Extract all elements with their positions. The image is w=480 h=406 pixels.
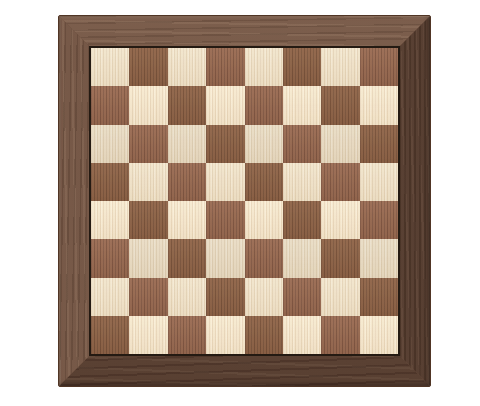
square-c1 [168, 316, 206, 354]
square-b8 [129, 48, 167, 86]
square-a6 [91, 125, 129, 163]
square-g7 [321, 86, 359, 124]
square-d6 [206, 125, 244, 163]
square-e3 [245, 239, 283, 277]
square-b7 [129, 86, 167, 124]
square-a5 [91, 163, 129, 201]
square-c4 [168, 201, 206, 239]
square-f4 [283, 201, 321, 239]
square-e4 [245, 201, 283, 239]
square-a8 [91, 48, 129, 86]
square-a2 [91, 278, 129, 316]
square-d5 [206, 163, 244, 201]
square-d4 [206, 201, 244, 239]
square-h2 [360, 278, 398, 316]
square-b2 [129, 278, 167, 316]
square-h8 [360, 48, 398, 86]
square-g2 [321, 278, 359, 316]
square-b3 [129, 239, 167, 277]
square-a4 [91, 201, 129, 239]
photo-background [0, 0, 480, 406]
square-c5 [168, 163, 206, 201]
square-h4 [360, 201, 398, 239]
square-f3 [283, 239, 321, 277]
square-e1 [245, 316, 283, 354]
square-d2 [206, 278, 244, 316]
square-b6 [129, 125, 167, 163]
square-d8 [206, 48, 244, 86]
square-h3 [360, 239, 398, 277]
square-e5 [245, 163, 283, 201]
square-a1 [91, 316, 129, 354]
square-g6 [321, 125, 359, 163]
square-h5 [360, 163, 398, 201]
square-f7 [283, 86, 321, 124]
square-f5 [283, 163, 321, 201]
square-a3 [91, 239, 129, 277]
square-g5 [321, 163, 359, 201]
square-d1 [206, 316, 244, 354]
square-b1 [129, 316, 167, 354]
square-b5 [129, 163, 167, 201]
square-g3 [321, 239, 359, 277]
square-e2 [245, 278, 283, 316]
square-h7 [360, 86, 398, 124]
square-e7 [245, 86, 283, 124]
square-f6 [283, 125, 321, 163]
square-h6 [360, 125, 398, 163]
square-g8 [321, 48, 359, 86]
square-b4 [129, 201, 167, 239]
square-f2 [283, 278, 321, 316]
square-c7 [168, 86, 206, 124]
chess-board [58, 15, 431, 387]
square-g4 [321, 201, 359, 239]
square-e8 [245, 48, 283, 86]
square-c8 [168, 48, 206, 86]
square-e6 [245, 125, 283, 163]
square-c6 [168, 125, 206, 163]
square-d3 [206, 239, 244, 277]
square-f1 [283, 316, 321, 354]
square-c2 [168, 278, 206, 316]
square-a7 [91, 86, 129, 124]
board-grid [91, 48, 398, 354]
square-h1 [360, 316, 398, 354]
square-f8 [283, 48, 321, 86]
square-c3 [168, 239, 206, 277]
square-d7 [206, 86, 244, 124]
square-g1 [321, 316, 359, 354]
